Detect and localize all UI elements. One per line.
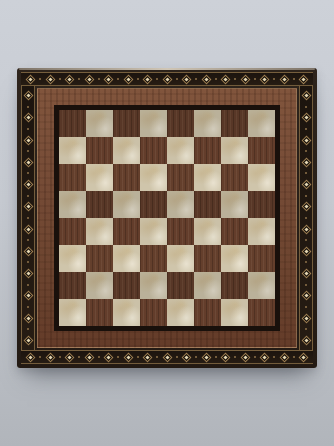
diamond-inlay-motif xyxy=(26,352,36,362)
inlay-dot xyxy=(78,78,80,80)
diamond-inlay-motif xyxy=(23,180,33,190)
board-square[interactable] xyxy=(113,218,140,245)
diamond-inlay-motif xyxy=(162,74,172,84)
diamond-inlay-motif xyxy=(279,352,289,362)
board-square[interactable] xyxy=(86,218,113,245)
board-square[interactable] xyxy=(167,191,194,218)
inlay-dot xyxy=(305,150,307,152)
inlay-dot xyxy=(305,261,307,263)
board-square[interactable] xyxy=(248,137,275,164)
board-square[interactable] xyxy=(248,110,275,137)
diamond-inlay-motif xyxy=(26,74,36,84)
board-square[interactable] xyxy=(194,272,221,299)
diamond-inlay-motif xyxy=(65,352,75,362)
inlay-dot xyxy=(305,195,307,197)
inlay-border-left xyxy=(21,86,35,350)
diamond-inlay-motif xyxy=(201,74,211,84)
inlay-dot xyxy=(27,239,29,241)
diamond-inlay-motif xyxy=(221,352,231,362)
inlay-dot xyxy=(27,128,29,130)
inlay-dot xyxy=(117,356,119,358)
inlay-dot xyxy=(195,78,197,80)
board-square[interactable] xyxy=(86,245,113,272)
inlay-dot xyxy=(137,356,139,358)
inlay-dot xyxy=(98,78,100,80)
diamond-inlay-motif xyxy=(240,74,250,84)
inlay-dot xyxy=(234,78,236,80)
diamond-inlay-motif xyxy=(123,352,133,362)
board-square[interactable] xyxy=(167,110,194,137)
board-square[interactable] xyxy=(86,137,113,164)
board-square[interactable] xyxy=(221,299,248,326)
board-square[interactable] xyxy=(248,218,275,245)
inlay-dot xyxy=(305,217,307,219)
board-square[interactable] xyxy=(59,299,86,326)
inlay-dot xyxy=(215,356,217,358)
board-square[interactable] xyxy=(248,164,275,191)
board-square[interactable] xyxy=(59,164,86,191)
board-square[interactable] xyxy=(86,164,113,191)
inlay-dot xyxy=(117,78,119,80)
board-square[interactable] xyxy=(248,245,275,272)
board-square[interactable] xyxy=(113,110,140,137)
inlay-dot xyxy=(27,261,29,263)
board-square[interactable] xyxy=(59,245,86,272)
diamond-inlay-motif xyxy=(84,74,94,84)
inlay-dot xyxy=(305,128,307,130)
inlay-dot xyxy=(305,306,307,308)
inlay-dot xyxy=(27,306,29,308)
inlay-dot xyxy=(176,356,178,358)
board-square[interactable] xyxy=(86,299,113,326)
inlay-dot xyxy=(27,195,29,197)
inlay-dot xyxy=(137,78,139,80)
inlay-dot xyxy=(176,78,178,80)
inlay-dot xyxy=(59,356,61,358)
inlay-dot xyxy=(27,172,29,174)
board-square[interactable] xyxy=(59,218,86,245)
diamond-inlay-motif xyxy=(201,352,211,362)
diamond-inlay-motif xyxy=(221,74,231,84)
inlay-dot xyxy=(27,106,29,108)
diamond-inlay-motif xyxy=(23,335,33,345)
inlay-dot xyxy=(273,356,275,358)
diamond-inlay-motif xyxy=(301,157,311,167)
board-square[interactable] xyxy=(221,191,248,218)
board-square[interactable] xyxy=(248,272,275,299)
diamond-inlay-motif xyxy=(182,352,192,362)
diamond-inlay-motif xyxy=(260,74,270,84)
board-square[interactable] xyxy=(113,137,140,164)
board-square[interactable] xyxy=(140,218,167,245)
inlay-dot xyxy=(305,284,307,286)
inlay-dot xyxy=(78,356,80,358)
board-square[interactable] xyxy=(221,164,248,191)
inlay-dot xyxy=(273,78,275,80)
board-square[interactable] xyxy=(140,164,167,191)
inlay-dot xyxy=(215,78,217,80)
diamond-inlay-motif xyxy=(23,135,33,145)
board-square[interactable] xyxy=(59,191,86,218)
diamond-inlay-motif xyxy=(301,246,311,256)
inlay-dot xyxy=(27,150,29,152)
board-grid xyxy=(59,110,275,326)
board-square[interactable] xyxy=(194,110,221,137)
inlay-dot xyxy=(293,356,295,358)
board-square[interactable] xyxy=(221,272,248,299)
playing-area xyxy=(54,105,280,331)
diamond-inlay-motif xyxy=(23,313,33,323)
inlay-dot xyxy=(305,106,307,108)
diamond-inlay-motif xyxy=(301,224,311,234)
diamond-inlay-motif xyxy=(45,352,55,362)
inlay-border-right xyxy=(299,86,313,350)
board-square[interactable] xyxy=(140,299,167,326)
wood-frame xyxy=(37,88,297,348)
diamond-inlay-motif xyxy=(301,313,311,323)
diamond-inlay-motif xyxy=(84,352,94,362)
board-square[interactable] xyxy=(194,245,221,272)
diamond-inlay-motif xyxy=(301,91,311,101)
board-square[interactable] xyxy=(113,272,140,299)
board-square[interactable] xyxy=(248,191,275,218)
inlay-dot xyxy=(156,78,158,80)
diamond-inlay-motif xyxy=(143,352,153,362)
board-square[interactable] xyxy=(221,245,248,272)
board-square[interactable] xyxy=(140,137,167,164)
inlay-dot xyxy=(27,217,29,219)
inlay-dot xyxy=(39,78,41,80)
diamond-inlay-motif xyxy=(240,352,250,362)
board-square[interactable] xyxy=(167,245,194,272)
board-square[interactable] xyxy=(194,218,221,245)
inlay-dot xyxy=(27,284,29,286)
inlay-dot xyxy=(98,356,100,358)
board-square[interactable] xyxy=(194,191,221,218)
board-square[interactable] xyxy=(59,110,86,137)
diamond-inlay-motif xyxy=(301,291,311,301)
diamond-inlay-motif xyxy=(301,113,311,123)
diamond-inlay-motif xyxy=(23,113,33,123)
diamond-inlay-motif xyxy=(23,291,33,301)
board-square[interactable] xyxy=(86,110,113,137)
diamond-inlay-motif xyxy=(23,269,33,279)
diamond-inlay-motif xyxy=(65,74,75,84)
diamond-inlay-motif xyxy=(182,74,192,84)
inlay-dot xyxy=(305,328,307,330)
board-square[interactable] xyxy=(167,137,194,164)
board-square[interactable] xyxy=(221,110,248,137)
diamond-inlay-motif xyxy=(301,135,311,145)
diamond-inlay-motif xyxy=(299,352,309,362)
board-square[interactable] xyxy=(167,164,194,191)
diamond-inlay-motif xyxy=(23,246,33,256)
diamond-inlay-motif xyxy=(162,352,172,362)
diamond-inlay-motif xyxy=(23,157,33,167)
diamond-inlay-motif xyxy=(260,352,270,362)
board-square[interactable] xyxy=(167,299,194,326)
inlay-border-top xyxy=(21,72,313,86)
board-square[interactable] xyxy=(140,245,167,272)
diamond-inlay-motif xyxy=(23,91,33,101)
board-square[interactable] xyxy=(113,191,140,218)
diamond-inlay-motif xyxy=(301,269,311,279)
board-square[interactable] xyxy=(194,137,221,164)
board-square[interactable] xyxy=(140,191,167,218)
board-square[interactable] xyxy=(113,245,140,272)
inlay-dot xyxy=(39,356,41,358)
board-top-bevel xyxy=(19,68,315,70)
diamond-inlay-motif xyxy=(301,180,311,190)
board-square[interactable] xyxy=(194,164,221,191)
inlay-dot xyxy=(59,78,61,80)
diamond-inlay-motif xyxy=(301,335,311,345)
diamond-inlay-motif xyxy=(143,74,153,84)
inlay-dot xyxy=(254,78,256,80)
board-square[interactable] xyxy=(221,218,248,245)
board-square[interactable] xyxy=(86,191,113,218)
board-square[interactable] xyxy=(167,272,194,299)
inlay-dot xyxy=(293,78,295,80)
board-square[interactable] xyxy=(248,299,275,326)
inlay-dot xyxy=(234,356,236,358)
inlay-dot xyxy=(305,172,307,174)
diamond-inlay-motif xyxy=(301,202,311,212)
inlay-dot xyxy=(305,239,307,241)
diamond-inlay-motif xyxy=(279,74,289,84)
diamond-inlay-motif xyxy=(23,202,33,212)
board-square[interactable] xyxy=(194,299,221,326)
photo-background xyxy=(0,0,334,446)
inlay-dot xyxy=(27,328,29,330)
board-square[interactable] xyxy=(113,164,140,191)
board-square[interactable] xyxy=(86,272,113,299)
inlay-dot xyxy=(254,356,256,358)
diamond-inlay-motif xyxy=(104,352,114,362)
inlay-dot xyxy=(195,356,197,358)
inlay-dot xyxy=(156,356,158,358)
chess-board xyxy=(17,68,317,368)
diamond-inlay-motif xyxy=(104,74,114,84)
board-square[interactable] xyxy=(221,137,248,164)
board-square[interactable] xyxy=(59,272,86,299)
inlay-border-bottom xyxy=(21,350,313,364)
diamond-inlay-motif xyxy=(299,74,309,84)
diamond-inlay-motif xyxy=(45,74,55,84)
board-square[interactable] xyxy=(140,272,167,299)
board-square[interactable] xyxy=(140,110,167,137)
diamond-inlay-motif xyxy=(123,74,133,84)
board-square[interactable] xyxy=(59,137,86,164)
board-square[interactable] xyxy=(113,299,140,326)
diamond-inlay-motif xyxy=(23,224,33,234)
board-square[interactable] xyxy=(167,218,194,245)
